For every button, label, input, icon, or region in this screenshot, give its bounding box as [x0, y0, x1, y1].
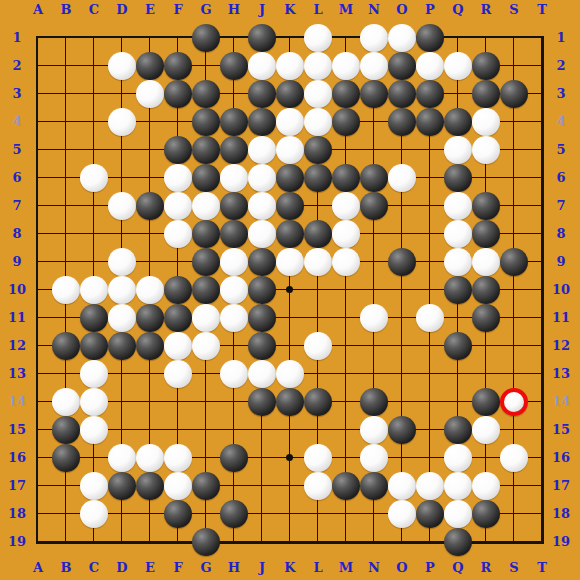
board-point-P18[interactable] [416, 500, 444, 528]
board-point-L2[interactable] [304, 52, 332, 80]
board-point-C15[interactable] [80, 416, 108, 444]
board-point-R10[interactable] [472, 276, 500, 304]
board-point-K9[interactable] [276, 248, 304, 276]
board-point-H17[interactable] [220, 472, 248, 500]
board-point-Q6[interactable] [444, 164, 472, 192]
board-point-F12[interactable] [164, 332, 192, 360]
board-point-S11[interactable] [500, 304, 528, 332]
board-point-R14[interactable] [472, 388, 500, 416]
board-point-M2[interactable] [332, 52, 360, 80]
board-point-B3[interactable] [52, 80, 80, 108]
board-point-P13[interactable] [416, 360, 444, 388]
board-point-B7[interactable] [52, 192, 80, 220]
board-point-J6[interactable] [248, 164, 276, 192]
board-point-H5[interactable] [220, 136, 248, 164]
board-point-M17[interactable] [332, 472, 360, 500]
board-point-P12[interactable] [416, 332, 444, 360]
board-point-L6[interactable] [304, 164, 332, 192]
board-point-K8[interactable] [276, 220, 304, 248]
board-point-Q18[interactable] [444, 500, 472, 528]
board-point-D19[interactable] [108, 528, 136, 556]
board-point-H6[interactable] [220, 164, 248, 192]
board-point-J16[interactable] [248, 444, 276, 472]
board-point-S5[interactable] [500, 136, 528, 164]
board-point-D5[interactable] [108, 136, 136, 164]
board-point-Q10[interactable] [444, 276, 472, 304]
board-point-P2[interactable] [416, 52, 444, 80]
board-point-H8[interactable] [220, 220, 248, 248]
board-point-P11[interactable] [416, 304, 444, 332]
board-point-S8[interactable] [500, 220, 528, 248]
board-point-F11[interactable] [164, 304, 192, 332]
board-point-E7[interactable] [136, 192, 164, 220]
board-point-S10[interactable] [500, 276, 528, 304]
board-point-L1[interactable] [304, 24, 332, 52]
board-point-Q7[interactable] [444, 192, 472, 220]
board-point-S17[interactable] [500, 472, 528, 500]
board-point-Q1[interactable] [444, 24, 472, 52]
board-point-L15[interactable] [304, 416, 332, 444]
board-point-G18[interactable] [192, 500, 220, 528]
board-point-Q2[interactable] [444, 52, 472, 80]
board-point-B17[interactable] [52, 472, 80, 500]
board-point-J7[interactable] [248, 192, 276, 220]
board-point-O7[interactable] [388, 192, 416, 220]
board-point-M8[interactable] [332, 220, 360, 248]
board-point-E15[interactable] [136, 416, 164, 444]
board-point-R18[interactable] [472, 500, 500, 528]
board-point-S13[interactable] [500, 360, 528, 388]
board-point-E14[interactable] [136, 388, 164, 416]
board-point-D4[interactable] [108, 108, 136, 136]
board-point-B15[interactable] [52, 416, 80, 444]
board-point-E19[interactable] [136, 528, 164, 556]
board-point-M19[interactable] [332, 528, 360, 556]
board-point-H2[interactable] [220, 52, 248, 80]
board-point-M5[interactable] [332, 136, 360, 164]
board-point-J19[interactable] [248, 528, 276, 556]
board-point-O5[interactable] [388, 136, 416, 164]
board-point-F9[interactable] [164, 248, 192, 276]
board-point-O14[interactable] [388, 388, 416, 416]
board-point-O6[interactable] [388, 164, 416, 192]
board-point-M1[interactable] [332, 24, 360, 52]
board-point-G17[interactable] [192, 472, 220, 500]
board-point-A16[interactable] [24, 444, 52, 472]
board-point-Q14[interactable] [444, 388, 472, 416]
board-point-R1[interactable] [472, 24, 500, 52]
board-point-O9[interactable] [388, 248, 416, 276]
board-point-B1[interactable] [52, 24, 80, 52]
board-point-F3[interactable] [164, 80, 192, 108]
board-point-B8[interactable] [52, 220, 80, 248]
board-point-J11[interactable] [248, 304, 276, 332]
board-point-E4[interactable] [136, 108, 164, 136]
board-point-B16[interactable] [52, 444, 80, 472]
board-point-M6[interactable] [332, 164, 360, 192]
board-point-M3[interactable] [332, 80, 360, 108]
board-point-D16[interactable] [108, 444, 136, 472]
board-point-D6[interactable] [108, 164, 136, 192]
board-point-D12[interactable] [108, 332, 136, 360]
board-point-L18[interactable] [304, 500, 332, 528]
board-point-D10[interactable] [108, 276, 136, 304]
board-point-N13[interactable] [360, 360, 388, 388]
board-point-B2[interactable] [52, 52, 80, 80]
board-point-P8[interactable] [416, 220, 444, 248]
board-point-N11[interactable] [360, 304, 388, 332]
board-point-Q12[interactable] [444, 332, 472, 360]
board-point-O13[interactable] [388, 360, 416, 388]
board-point-G1[interactable] [192, 24, 220, 52]
board-point-H15[interactable] [220, 416, 248, 444]
board-point-P3[interactable] [416, 80, 444, 108]
board-point-E11[interactable] [136, 304, 164, 332]
board-point-P19[interactable] [416, 528, 444, 556]
board-point-P16[interactable] [416, 444, 444, 472]
board-point-J15[interactable] [248, 416, 276, 444]
board-point-C1[interactable] [80, 24, 108, 52]
board-point-S4[interactable] [500, 108, 528, 136]
board-point-O4[interactable] [388, 108, 416, 136]
board-point-Q15[interactable] [444, 416, 472, 444]
board-point-P7[interactable] [416, 192, 444, 220]
board-point-Q13[interactable] [444, 360, 472, 388]
board-point-K11[interactable] [276, 304, 304, 332]
board-point-P10[interactable] [416, 276, 444, 304]
board-point-D1[interactable] [108, 24, 136, 52]
board-point-J5[interactable] [248, 136, 276, 164]
board-point-N2[interactable] [360, 52, 388, 80]
board-point-P5[interactable] [416, 136, 444, 164]
board-point-O8[interactable] [388, 220, 416, 248]
board-point-C17[interactable] [80, 472, 108, 500]
board-point-K5[interactable] [276, 136, 304, 164]
board-point-C8[interactable] [80, 220, 108, 248]
board-point-C6[interactable] [80, 164, 108, 192]
board-point-O3[interactable] [388, 80, 416, 108]
board-point-E16[interactable] [136, 444, 164, 472]
board-point-B11[interactable] [52, 304, 80, 332]
board-point-F1[interactable] [164, 24, 192, 52]
board-point-M16[interactable] [332, 444, 360, 472]
board-point-Q4[interactable] [444, 108, 472, 136]
board-point-L10[interactable] [304, 276, 332, 304]
board-point-K1[interactable] [276, 24, 304, 52]
board-point-Q17[interactable] [444, 472, 472, 500]
board-point-D8[interactable] [108, 220, 136, 248]
board-point-A1[interactable] [24, 24, 52, 52]
board-point-G5[interactable] [192, 136, 220, 164]
board-point-D9[interactable] [108, 248, 136, 276]
board-point-A19[interactable] [24, 528, 52, 556]
board-point-A6[interactable] [24, 164, 52, 192]
board-point-M4[interactable] [332, 108, 360, 136]
board-point-M7[interactable] [332, 192, 360, 220]
board-point-K15[interactable] [276, 416, 304, 444]
board-point-K16[interactable] [276, 444, 304, 472]
board-point-E6[interactable] [136, 164, 164, 192]
board-point-N1[interactable] [360, 24, 388, 52]
board-point-A15[interactable] [24, 416, 52, 444]
board-point-G14[interactable] [192, 388, 220, 416]
board-point-C11[interactable] [80, 304, 108, 332]
board-point-J12[interactable] [248, 332, 276, 360]
board-point-J8[interactable] [248, 220, 276, 248]
board-point-N15[interactable] [360, 416, 388, 444]
board-point-A14[interactable] [24, 388, 52, 416]
board-point-G4[interactable] [192, 108, 220, 136]
board-point-H14[interactable] [220, 388, 248, 416]
board-point-Q8[interactable] [444, 220, 472, 248]
board-point-G16[interactable] [192, 444, 220, 472]
board-point-L16[interactable] [304, 444, 332, 472]
board-point-L4[interactable] [304, 108, 332, 136]
board-point-F7[interactable] [164, 192, 192, 220]
board-point-G11[interactable] [192, 304, 220, 332]
board-point-E1[interactable] [136, 24, 164, 52]
board-point-P1[interactable] [416, 24, 444, 52]
board-point-A7[interactable] [24, 192, 52, 220]
board-point-H7[interactable] [220, 192, 248, 220]
board-point-R16[interactable] [472, 444, 500, 472]
board-point-S18[interactable] [500, 500, 528, 528]
board-point-P6[interactable] [416, 164, 444, 192]
board-point-A4[interactable] [24, 108, 52, 136]
board-point-F2[interactable] [164, 52, 192, 80]
board-point-M13[interactable] [332, 360, 360, 388]
board-point-J1[interactable] [248, 24, 276, 52]
board-point-L12[interactable] [304, 332, 332, 360]
board-point-F6[interactable] [164, 164, 192, 192]
board-point-R15[interactable] [472, 416, 500, 444]
board-point-G12[interactable] [192, 332, 220, 360]
board-point-D13[interactable] [108, 360, 136, 388]
board-point-K3[interactable] [276, 80, 304, 108]
board-point-G8[interactable] [192, 220, 220, 248]
board-point-N19[interactable] [360, 528, 388, 556]
board-point-B14[interactable] [52, 388, 80, 416]
board-point-R3[interactable] [472, 80, 500, 108]
board-point-C3[interactable] [80, 80, 108, 108]
board-point-M9[interactable] [332, 248, 360, 276]
board-point-L8[interactable] [304, 220, 332, 248]
board-point-F8[interactable] [164, 220, 192, 248]
board-point-C14[interactable] [80, 388, 108, 416]
board-point-R11[interactable] [472, 304, 500, 332]
board-point-H18[interactable] [220, 500, 248, 528]
board-point-J18[interactable] [248, 500, 276, 528]
board-point-A13[interactable] [24, 360, 52, 388]
board-point-F10[interactable] [164, 276, 192, 304]
board-point-N4[interactable] [360, 108, 388, 136]
board-point-J13[interactable] [248, 360, 276, 388]
board-point-H13[interactable] [220, 360, 248, 388]
board-point-A17[interactable] [24, 472, 52, 500]
board-point-G9[interactable] [192, 248, 220, 276]
board-point-K17[interactable] [276, 472, 304, 500]
board-point-D17[interactable] [108, 472, 136, 500]
board-point-C18[interactable] [80, 500, 108, 528]
board-point-F18[interactable] [164, 500, 192, 528]
board-point-B10[interactable] [52, 276, 80, 304]
board-point-S15[interactable] [500, 416, 528, 444]
board-point-C9[interactable] [80, 248, 108, 276]
board-point-Q9[interactable] [444, 248, 472, 276]
board-point-O15[interactable] [388, 416, 416, 444]
board-point-R12[interactable] [472, 332, 500, 360]
board-point-S12[interactable] [500, 332, 528, 360]
board-point-S3[interactable] [500, 80, 528, 108]
board-point-R7[interactable] [472, 192, 500, 220]
board-point-N16[interactable] [360, 444, 388, 472]
board-point-M11[interactable] [332, 304, 360, 332]
board-point-A11[interactable] [24, 304, 52, 332]
board-point-K2[interactable] [276, 52, 304, 80]
board-point-K4[interactable] [276, 108, 304, 136]
board-point-E3[interactable] [136, 80, 164, 108]
board-point-N5[interactable] [360, 136, 388, 164]
board-point-N14[interactable] [360, 388, 388, 416]
board-point-S1[interactable] [500, 24, 528, 52]
board-point-E8[interactable] [136, 220, 164, 248]
board-point-N18[interactable] [360, 500, 388, 528]
board-point-M14[interactable] [332, 388, 360, 416]
board-point-G10[interactable] [192, 276, 220, 304]
board-point-E17[interactable] [136, 472, 164, 500]
board-point-C7[interactable] [80, 192, 108, 220]
board-point-G2[interactable] [192, 52, 220, 80]
board-point-C10[interactable] [80, 276, 108, 304]
board-point-O2[interactable] [388, 52, 416, 80]
board-point-L7[interactable] [304, 192, 332, 220]
board-point-K12[interactable] [276, 332, 304, 360]
board-point-R5[interactable] [472, 136, 500, 164]
board-point-R6[interactable] [472, 164, 500, 192]
board-point-Q11[interactable] [444, 304, 472, 332]
board-point-R4[interactable] [472, 108, 500, 136]
board-point-N8[interactable] [360, 220, 388, 248]
board-point-A3[interactable] [24, 80, 52, 108]
board-point-M10[interactable] [332, 276, 360, 304]
board-point-B9[interactable] [52, 248, 80, 276]
board-point-E13[interactable] [136, 360, 164, 388]
board-point-N7[interactable] [360, 192, 388, 220]
board-point-P17[interactable] [416, 472, 444, 500]
board-point-E5[interactable] [136, 136, 164, 164]
board-point-O11[interactable] [388, 304, 416, 332]
board-point-L5[interactable] [304, 136, 332, 164]
board-point-C12[interactable] [80, 332, 108, 360]
board-point-G15[interactable] [192, 416, 220, 444]
board-point-M18[interactable] [332, 500, 360, 528]
board-point-H9[interactable] [220, 248, 248, 276]
board-point-A8[interactable] [24, 220, 52, 248]
board-point-M15[interactable] [332, 416, 360, 444]
board-point-O16[interactable] [388, 444, 416, 472]
board-point-D18[interactable] [108, 500, 136, 528]
board-point-P9[interactable] [416, 248, 444, 276]
board-point-O19[interactable] [388, 528, 416, 556]
board-point-B4[interactable] [52, 108, 80, 136]
board-point-K6[interactable] [276, 164, 304, 192]
board-point-D7[interactable] [108, 192, 136, 220]
board-point-H19[interactable] [220, 528, 248, 556]
board-point-J10[interactable] [248, 276, 276, 304]
board-point-F4[interactable] [164, 108, 192, 136]
board-point-E2[interactable] [136, 52, 164, 80]
board-point-S19[interactable] [500, 528, 528, 556]
board-point-L13[interactable] [304, 360, 332, 388]
board-point-R8[interactable] [472, 220, 500, 248]
board-point-F16[interactable] [164, 444, 192, 472]
board-point-A10[interactable] [24, 276, 52, 304]
board-point-J9[interactable] [248, 248, 276, 276]
board-point-G19[interactable] [192, 528, 220, 556]
board-point-O10[interactable] [388, 276, 416, 304]
board-point-C16[interactable] [80, 444, 108, 472]
board-point-C19[interactable] [80, 528, 108, 556]
board-point-J4[interactable] [248, 108, 276, 136]
board-point-O12[interactable] [388, 332, 416, 360]
board-point-C5[interactable] [80, 136, 108, 164]
board-point-E9[interactable] [136, 248, 164, 276]
board-point-R13[interactable] [472, 360, 500, 388]
board-point-D2[interactable] [108, 52, 136, 80]
board-point-P15[interactable] [416, 416, 444, 444]
board-point-O1[interactable] [388, 24, 416, 52]
board-point-F14[interactable] [164, 388, 192, 416]
board-point-D3[interactable] [108, 80, 136, 108]
board-point-J3[interactable] [248, 80, 276, 108]
board-point-D15[interactable] [108, 416, 136, 444]
board-point-L9[interactable] [304, 248, 332, 276]
board-point-O17[interactable] [388, 472, 416, 500]
board-point-R9[interactable] [472, 248, 500, 276]
board-point-A2[interactable] [24, 52, 52, 80]
board-point-H12[interactable] [220, 332, 248, 360]
board-point-Q19[interactable] [444, 528, 472, 556]
board-point-C13[interactable] [80, 360, 108, 388]
board-point-B6[interactable] [52, 164, 80, 192]
board-point-Q5[interactable] [444, 136, 472, 164]
board-point-G6[interactable] [192, 164, 220, 192]
board-point-H4[interactable] [220, 108, 248, 136]
board-point-H16[interactable] [220, 444, 248, 472]
board-point-L14[interactable] [304, 388, 332, 416]
board-point-B18[interactable] [52, 500, 80, 528]
board-point-D14[interactable] [108, 388, 136, 416]
board-point-K19[interactable] [276, 528, 304, 556]
board-point-J14[interactable] [248, 388, 276, 416]
board-point-F5[interactable] [164, 136, 192, 164]
board-point-R2[interactable] [472, 52, 500, 80]
board-point-S6[interactable] [500, 164, 528, 192]
board-point-Q3[interactable] [444, 80, 472, 108]
board-point-N12[interactable] [360, 332, 388, 360]
board-point-A18[interactable] [24, 500, 52, 528]
board-point-A9[interactable] [24, 248, 52, 276]
board-point-L19[interactable] [304, 528, 332, 556]
board-point-N10[interactable] [360, 276, 388, 304]
board-point-K13[interactable] [276, 360, 304, 388]
board-point-H3[interactable] [220, 80, 248, 108]
board-point-L11[interactable] [304, 304, 332, 332]
board-point-N17[interactable] [360, 472, 388, 500]
board-point-M12[interactable] [332, 332, 360, 360]
board-point-Q16[interactable] [444, 444, 472, 472]
board-point-R17[interactable] [472, 472, 500, 500]
